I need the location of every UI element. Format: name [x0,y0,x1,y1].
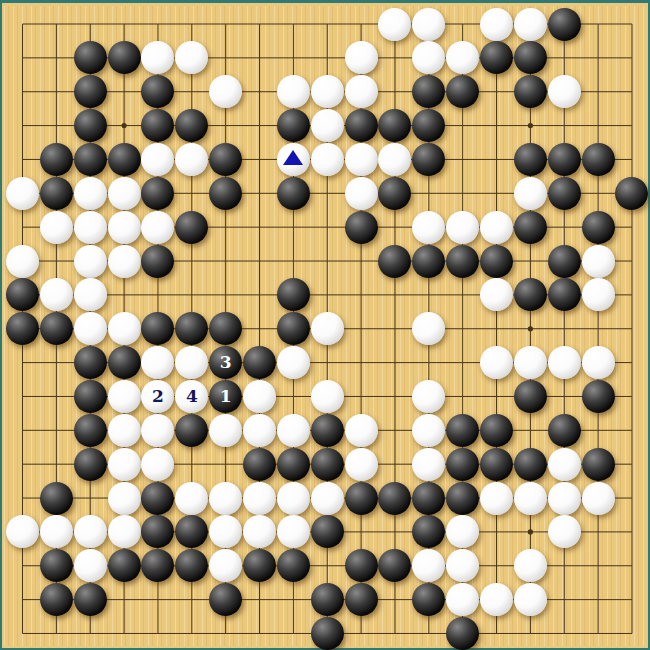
white-stone-8-12[interactable] [277,414,310,447]
white-stone-7-11[interactable] [243,380,276,413]
white-stone-10-1[interactable] [345,41,378,74]
white-stone-2-6[interactable] [74,211,107,244]
black-stone-9-17[interactable] [311,583,344,616]
black-stone-2-10[interactable] [74,346,107,379]
white-stone-3-11[interactable] [108,380,141,413]
white-stone-2-5[interactable] [74,177,107,210]
black-stone-6-5[interactable] [209,177,242,210]
white-stone-16-10[interactable] [548,346,581,379]
white-stone-9-9[interactable] [311,312,344,345]
white-stone-17-14[interactable] [582,482,615,515]
white-stone-1-8[interactable] [40,278,73,311]
black-stone-17-11[interactable] [582,380,615,413]
white-stone-14-0[interactable] [480,8,513,41]
black-stone-16-8[interactable] [548,278,581,311]
white-stone-3-6[interactable] [108,211,141,244]
black-stone-15-11[interactable] [514,380,547,413]
black-stone-10-14[interactable] [345,482,378,515]
black-stone-1-14[interactable] [40,482,73,515]
black-stone-8-9[interactable] [277,312,310,345]
white-stone-4-13[interactable] [141,448,174,481]
black-stone-11-14[interactable] [378,482,411,515]
black-stone-9-18[interactable] [311,617,344,650]
white-stone-12-6[interactable] [412,211,445,244]
white-stone-0-7[interactable] [6,245,39,278]
black-stone-13-18[interactable] [446,617,479,650]
black-stone-14-13[interactable] [480,448,513,481]
black-stone-0-9[interactable] [6,312,39,345]
black-stone-2-12[interactable] [74,414,107,447]
black-stone-8-5[interactable] [277,177,310,210]
go-board[interactable]: 3241 [0,0,650,650]
black-stone-16-0[interactable] [548,8,581,41]
white-stone-3-9[interactable] [108,312,141,345]
white-stone-16-13[interactable] [548,448,581,481]
white-stone-3-12[interactable] [108,414,141,447]
white-stone-6-14[interactable] [209,482,242,515]
white-stone-2-15[interactable] [74,515,107,548]
white-stone-15-14[interactable] [514,482,547,515]
white-stone-17-10[interactable] [582,346,615,379]
black-stone-1-4[interactable] [40,143,73,176]
white-stone-5-4[interactable] [175,143,208,176]
black-stone-10-16[interactable] [345,549,378,582]
black-stone-3-16[interactable] [108,549,141,582]
white-stone-15-17[interactable] [514,583,547,616]
black-stone-14-12[interactable] [480,414,513,447]
black-stone-7-13[interactable] [243,448,276,481]
black-stone-17-6[interactable] [582,211,615,244]
white-stone-9-14[interactable] [311,482,344,515]
white-stone-12-13[interactable] [412,448,445,481]
white-stone-17-8[interactable] [582,278,615,311]
black-stone-6-4[interactable] [209,143,242,176]
black-stone-4-14[interactable] [141,482,174,515]
black-stone-13-12[interactable] [446,414,479,447]
black-stone-13-7[interactable] [446,245,479,278]
black-stone-15-4[interactable] [514,143,547,176]
white-stone-3-7[interactable] [108,245,141,278]
black-stone-16-12[interactable] [548,414,581,447]
black-stone-1-16[interactable] [40,549,73,582]
black-stone-14-7[interactable] [480,245,513,278]
black-stone-9-13[interactable] [311,448,344,481]
white-stone-10-2[interactable] [345,75,378,108]
white-stone-4-6[interactable] [141,211,174,244]
white-stone-12-12[interactable] [412,414,445,447]
black-stone-8-16[interactable] [277,549,310,582]
white-stone-14-17[interactable] [480,583,513,616]
white-stone-12-0[interactable] [412,8,445,41]
white-stone-14-10[interactable] [480,346,513,379]
black-stone-13-13[interactable] [446,448,479,481]
white-stone-14-6[interactable] [480,211,513,244]
white-stone-17-7[interactable] [582,245,615,278]
white-stone-10-12[interactable] [345,414,378,447]
white-stone-0-5[interactable] [6,177,39,210]
black-stone-1-17[interactable] [40,583,73,616]
white-stone-7-12[interactable] [243,414,276,447]
black-stone-13-14[interactable] [446,482,479,515]
white-stone-3-15[interactable] [108,515,141,548]
white-stone-9-4[interactable] [311,143,344,176]
black-stone-8-13[interactable] [277,448,310,481]
black-stone-8-3[interactable] [277,109,310,142]
white-stone-15-5[interactable] [514,177,547,210]
black-stone-17-13[interactable] [582,448,615,481]
white-stone-6-12[interactable] [209,414,242,447]
white-stone-8-10[interactable] [277,346,310,379]
black-stone-12-14[interactable] [412,482,445,515]
white-stone-1-6[interactable] [40,211,73,244]
black-stone-10-6[interactable] [345,211,378,244]
white-stone-2-8[interactable] [74,278,107,311]
black-stone-9-15[interactable] [311,515,344,548]
black-stone-2-11[interactable] [74,380,107,413]
black-stone-9-12[interactable] [311,414,344,447]
white-stone-8-14[interactable] [277,482,310,515]
white-stone-13-6[interactable] [446,211,479,244]
white-stone-11-0[interactable] [378,8,411,41]
black-stone-11-7[interactable] [378,245,411,278]
black-stone-2-13[interactable] [74,448,107,481]
black-stone-16-7[interactable] [548,245,581,278]
black-stone-10-17[interactable] [345,583,378,616]
white-stone-8-4[interactable] [277,143,310,176]
white-stone-15-10[interactable] [514,346,547,379]
black-stone-3-4[interactable] [108,143,141,176]
black-stone-5-6[interactable] [175,211,208,244]
move-number-label-3: 3 [220,354,232,371]
white-stone-14-14[interactable] [480,482,513,515]
white-stone-15-0[interactable] [514,8,547,41]
white-stone-7-14[interactable] [243,482,276,515]
black-stone-6-11[interactable]: 1 [209,380,242,413]
black-stone-7-10[interactable] [243,346,276,379]
black-stone-1-5[interactable] [40,177,73,210]
white-stone-2-9[interactable] [74,312,107,345]
white-stone-10-4[interactable] [345,143,378,176]
white-stone-16-15[interactable] [548,515,581,548]
move-number-label-1: 1 [220,388,232,405]
white-stone-2-16[interactable] [74,549,107,582]
white-stone-3-13[interactable] [108,448,141,481]
white-stone-3-5[interactable] [108,177,141,210]
black-stone-15-13[interactable] [514,448,547,481]
move-number-label-4: 4 [186,388,198,405]
white-stone-3-14[interactable] [108,482,141,515]
black-stone-10-3[interactable] [345,109,378,142]
black-stone-16-4[interactable] [548,143,581,176]
black-stone-15-2[interactable] [514,75,547,108]
black-stone-17-4[interactable] [582,143,615,176]
white-stone-9-11[interactable] [311,380,344,413]
white-stone-8-2[interactable] [277,75,310,108]
black-stone-12-7[interactable] [412,245,445,278]
move-number-label-2: 2 [152,388,164,405]
white-stone-16-2[interactable] [548,75,581,108]
black-stone-2-3[interactable] [74,109,107,142]
black-stone-16-5[interactable] [548,177,581,210]
black-stone-4-7[interactable] [141,245,174,278]
black-stone-1-9[interactable] [40,312,73,345]
white-stone-15-16[interactable] [514,549,547,582]
black-stone-2-2[interactable] [74,75,107,108]
black-stone-5-12[interactable] [175,414,208,447]
white-stone-10-5[interactable] [345,177,378,210]
white-stone-9-3[interactable] [311,109,344,142]
triangle-mark-icon [283,150,303,165]
white-stone-5-14[interactable] [175,482,208,515]
black-stone-2-1[interactable] [74,41,107,74]
white-stone-2-7[interactable] [74,245,107,278]
black-stone-2-4[interactable] [74,143,107,176]
black-stone-15-6[interactable] [514,211,547,244]
white-stone-9-2[interactable] [311,75,344,108]
white-stone-10-13[interactable] [345,448,378,481]
white-stone-16-14[interactable] [548,482,581,515]
black-stone-3-1[interactable] [108,41,141,74]
go-app-window: 3241 [0,0,650,650]
black-stone-2-17[interactable] [74,583,107,616]
black-stone-3-10[interactable] [108,346,141,379]
